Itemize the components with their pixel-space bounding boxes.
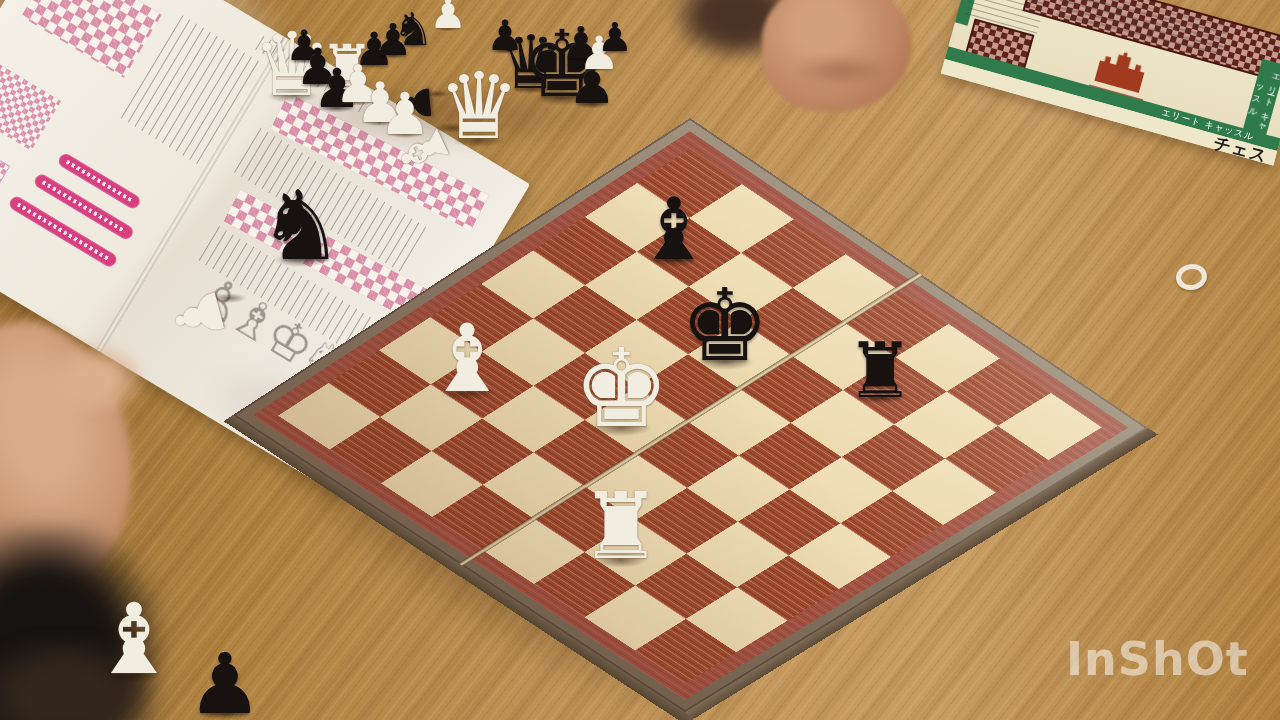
- black-king-d6: ♚: [680, 276, 770, 376]
- white-bishop-b3: ♝: [425, 312, 509, 406]
- white-pawn-offboard-13: ♟: [429, 0, 467, 35]
- pieces-layer: ♝♚♜♚♝♜♛♜♟♟♟♟♟♞♟♟♟♟♝♟♛♛♚♟♟♟♟♟♞♟♝♟: [0, 0, 1280, 720]
- black-pawn-offboard-19: ♟: [486, 15, 524, 57]
- black-rook-f7: ♜: [846, 333, 914, 409]
- white-bishop-offboard-24: ♝: [90, 590, 178, 688]
- black-pawn-offboard-25: ♟: [187, 642, 262, 720]
- inshot-watermark: InShOt: [1066, 632, 1249, 686]
- black-knight-offboard-7: ♞: [392, 6, 433, 52]
- video-frame: ♞ ♞ ♙♗♔♘ チェ ♝♚♜♚♝♜♛♜♟♟♟♟♟♞♟♟♟♟♝♟♛♛♚♟♟♟♟♟…: [0, 0, 1280, 720]
- white-rook-f2: ♜: [580, 481, 662, 573]
- white-king-d4: ♚: [573, 335, 670, 443]
- white-pawn-offboard-23: ♟: [162, 281, 236, 351]
- black-knight-offboard-22: ♞: [258, 178, 344, 274]
- black-bishop-b7: ♝: [635, 186, 712, 272]
- black-pawn-offboard-21: ♟: [597, 17, 633, 57]
